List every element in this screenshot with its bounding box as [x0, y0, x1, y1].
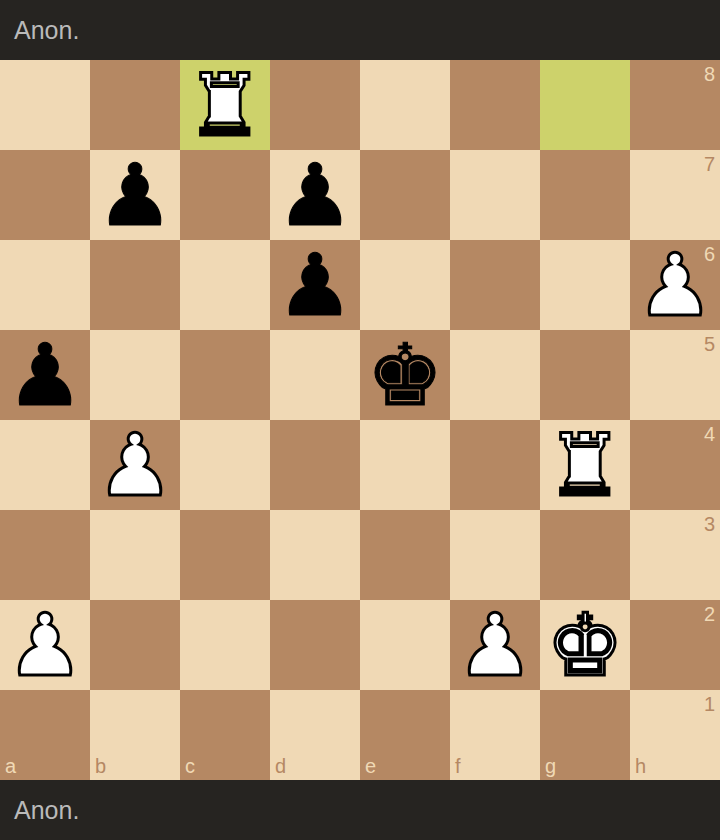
- square-f5[interactable]: [450, 330, 540, 420]
- square-e8[interactable]: [360, 60, 450, 150]
- rank-label-2: 2: [704, 604, 715, 624]
- file-label-g: g: [545, 756, 556, 776]
- square-h8[interactable]: 8: [630, 60, 720, 150]
- black-pawn[interactable]: ♟: [276, 240, 353, 330]
- square-a5[interactable]: ♟: [0, 330, 90, 420]
- square-h5[interactable]: 5: [630, 330, 720, 420]
- square-e1[interactable]: e: [360, 690, 450, 780]
- square-d7[interactable]: ♟: [270, 150, 360, 240]
- square-e6[interactable]: [360, 240, 450, 330]
- square-g8[interactable]: [540, 60, 630, 150]
- chess-board: ♜8♟♟7♟6♟♟♚5♟♜43♟♟♚2abcdefg1h: [0, 60, 720, 780]
- white-pawn[interactable]: ♟: [636, 240, 713, 330]
- bottom-player-bar: Anon.: [0, 780, 720, 840]
- square-c6[interactable]: [180, 240, 270, 330]
- square-e5[interactable]: ♚: [360, 330, 450, 420]
- square-g4[interactable]: ♜: [540, 420, 630, 510]
- file-label-d: d: [275, 756, 286, 776]
- white-pawn[interactable]: ♟: [6, 600, 83, 690]
- square-h3[interactable]: 3: [630, 510, 720, 600]
- square-g1[interactable]: g: [540, 690, 630, 780]
- square-d2[interactable]: [270, 600, 360, 690]
- square-c5[interactable]: [180, 330, 270, 420]
- square-b1[interactable]: b: [90, 690, 180, 780]
- square-f1[interactable]: f: [450, 690, 540, 780]
- file-label-c: c: [185, 756, 195, 776]
- rank-label-4: 4: [704, 424, 715, 444]
- bottom-player-name: Anon.: [14, 796, 79, 825]
- square-b8[interactable]: [90, 60, 180, 150]
- square-c2[interactable]: [180, 600, 270, 690]
- square-d6[interactable]: ♟: [270, 240, 360, 330]
- square-h1[interactable]: 1h: [630, 690, 720, 780]
- square-e2[interactable]: [360, 600, 450, 690]
- square-h7[interactable]: 7: [630, 150, 720, 240]
- square-b5[interactable]: [90, 330, 180, 420]
- square-d4[interactable]: [270, 420, 360, 510]
- square-g6[interactable]: [540, 240, 630, 330]
- white-rook[interactable]: ♜: [546, 420, 623, 510]
- square-b7[interactable]: ♟: [90, 150, 180, 240]
- white-king[interactable]: ♚: [546, 600, 623, 690]
- file-label-e: e: [365, 756, 376, 776]
- square-b2[interactable]: [90, 600, 180, 690]
- square-a7[interactable]: [0, 150, 90, 240]
- square-b4[interactable]: ♟: [90, 420, 180, 510]
- rank-label-7: 7: [704, 154, 715, 174]
- square-a2[interactable]: ♟: [0, 600, 90, 690]
- file-label-f: f: [455, 756, 461, 776]
- square-c8[interactable]: ♜: [180, 60, 270, 150]
- black-pawn[interactable]: ♟: [96, 150, 173, 240]
- white-pawn[interactable]: ♟: [96, 420, 173, 510]
- square-a4[interactable]: [0, 420, 90, 510]
- square-e4[interactable]: [360, 420, 450, 510]
- file-label-b: b: [95, 756, 106, 776]
- square-g3[interactable]: [540, 510, 630, 600]
- square-h6[interactable]: 6♟: [630, 240, 720, 330]
- square-d5[interactable]: [270, 330, 360, 420]
- black-king[interactable]: ♚: [366, 330, 443, 420]
- top-player-name: Anon.: [14, 16, 79, 45]
- top-player-bar: Anon.: [0, 0, 720, 60]
- square-f7[interactable]: [450, 150, 540, 240]
- square-c1[interactable]: c: [180, 690, 270, 780]
- square-g5[interactable]: [540, 330, 630, 420]
- square-h2[interactable]: 2: [630, 600, 720, 690]
- square-e7[interactable]: [360, 150, 450, 240]
- rank-label-1: 1: [704, 694, 715, 714]
- black-pawn[interactable]: ♟: [276, 150, 353, 240]
- square-b3[interactable]: [90, 510, 180, 600]
- square-g7[interactable]: [540, 150, 630, 240]
- square-a3[interactable]: [0, 510, 90, 600]
- square-g2[interactable]: ♚: [540, 600, 630, 690]
- square-a6[interactable]: [0, 240, 90, 330]
- square-a8[interactable]: [0, 60, 90, 150]
- square-b6[interactable]: [90, 240, 180, 330]
- square-e3[interactable]: [360, 510, 450, 600]
- rank-label-8: 8: [704, 64, 715, 84]
- square-c3[interactable]: [180, 510, 270, 600]
- square-f8[interactable]: [450, 60, 540, 150]
- white-rook[interactable]: ♜: [186, 60, 263, 150]
- file-label-h: h: [635, 756, 646, 776]
- square-f4[interactable]: [450, 420, 540, 510]
- rank-label-3: 3: [704, 514, 715, 534]
- square-f6[interactable]: [450, 240, 540, 330]
- square-a1[interactable]: a: [0, 690, 90, 780]
- rank-label-5: 5: [704, 334, 715, 354]
- square-f3[interactable]: [450, 510, 540, 600]
- white-pawn[interactable]: ♟: [456, 600, 533, 690]
- square-d8[interactable]: [270, 60, 360, 150]
- square-d1[interactable]: d: [270, 690, 360, 780]
- square-f2[interactable]: ♟: [450, 600, 540, 690]
- square-h4[interactable]: 4: [630, 420, 720, 510]
- square-d3[interactable]: [270, 510, 360, 600]
- file-label-a: a: [5, 756, 16, 776]
- square-c7[interactable]: [180, 150, 270, 240]
- black-pawn[interactable]: ♟: [6, 330, 83, 420]
- square-c4[interactable]: [180, 420, 270, 510]
